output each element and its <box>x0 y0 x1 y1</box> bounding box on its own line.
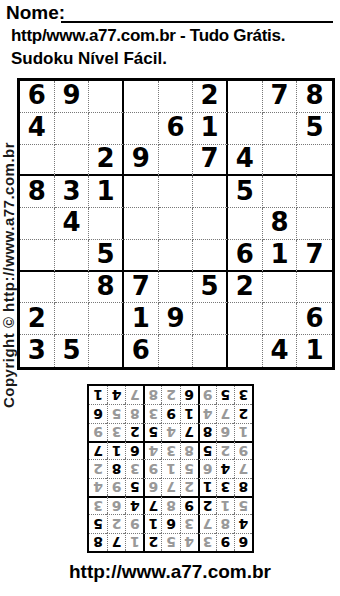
puzzle-cell[interactable] <box>55 303 90 335</box>
puzzle-cell[interactable] <box>193 240 228 272</box>
copyright-vertical-text: Copyright © http://www.a77.com.br <box>0 85 18 465</box>
puzzle-cell: 7 <box>263 81 298 113</box>
puzzle-cell: 4 <box>263 335 298 367</box>
solution-cell: 9 <box>107 478 125 496</box>
solution-cell: 6 <box>216 423 234 441</box>
puzzle-cell[interactable] <box>159 272 194 304</box>
footer-url: http://www.a77.com.br <box>0 561 340 583</box>
puzzle-cell[interactable] <box>159 208 194 240</box>
solution-cell: 3 <box>161 441 179 459</box>
puzzle-grid: 692784615297483154856178752219635641 <box>17 78 335 370</box>
solution-cell: 3 <box>198 533 216 551</box>
solution-cell: 4 <box>125 496 143 514</box>
site-header-text: http/www.a77.com.br - Tudo Grátis. <box>11 26 285 46</box>
name-label: Nome: <box>6 2 65 24</box>
solution-cell: 7 <box>234 459 252 477</box>
solution-cell: 7 <box>161 478 179 496</box>
puzzle-cell[interactable] <box>124 81 159 113</box>
solution-cell: 4 <box>180 533 198 551</box>
solution-cell: 3 <box>125 459 143 477</box>
solution-cell: 5 <box>161 533 179 551</box>
solution-cell: 7 <box>89 441 107 459</box>
puzzle-cell[interactable] <box>263 272 298 304</box>
solution-cell: 3 <box>180 514 198 532</box>
puzzle-cell[interactable] <box>159 335 194 367</box>
puzzle-cell: 1 <box>124 303 159 335</box>
solution-cell: 6 <box>198 459 216 477</box>
solution-cell: 8 <box>143 386 161 404</box>
solution-cell: 8 <box>161 496 179 514</box>
solution-cell: 1 <box>143 514 161 532</box>
solution-cell: 4 <box>161 423 179 441</box>
solution-cell: 7 <box>216 404 234 422</box>
puzzle-cell: 2 <box>20 303 55 335</box>
solution-cell: 6 <box>107 496 125 514</box>
solution-cell: 2 <box>198 496 216 514</box>
solution-grid-upside-down: 6934521784873619255129874638312765947465… <box>87 384 254 553</box>
puzzle-cell[interactable] <box>263 113 298 145</box>
solution-cell: 4 <box>143 441 161 459</box>
puzzle-cell: 8 <box>297 81 332 113</box>
solution-cell: 6 <box>125 441 143 459</box>
solution-cell: 2 <box>143 533 161 551</box>
solution-cell: 9 <box>143 459 161 477</box>
solution-cell: 6 <box>234 533 252 551</box>
puzzle-cell[interactable] <box>193 303 228 335</box>
puzzle-cell[interactable] <box>89 303 124 335</box>
puzzle-cell[interactable] <box>159 81 194 113</box>
solution-cell: 4 <box>107 386 125 404</box>
solution-cell: 9 <box>180 496 198 514</box>
puzzle-cell: 5 <box>193 272 228 304</box>
solution-cell: 2 <box>107 514 125 532</box>
puzzle-cell[interactable] <box>297 272 332 304</box>
puzzle-cell: 7 <box>193 145 228 177</box>
puzzle-cell: 3 <box>55 176 90 208</box>
solution-cell: 5 <box>216 386 234 404</box>
puzzle-cell: 6 <box>124 335 159 367</box>
solution-cell: 1 <box>234 423 252 441</box>
solution-cell: 4 <box>216 459 234 477</box>
solution-cell: 5 <box>125 478 143 496</box>
solution-cell: 2 <box>125 423 143 441</box>
puzzle-cell[interactable] <box>89 113 124 145</box>
puzzle-cell[interactable] <box>20 145 55 177</box>
solution-cell: 8 <box>89 533 107 551</box>
puzzle-cell[interactable] <box>263 145 298 177</box>
puzzle-cell: 8 <box>263 208 298 240</box>
puzzle-cell[interactable] <box>228 335 263 367</box>
puzzle-cell: 5 <box>297 113 332 145</box>
solution-cell: 4 <box>198 404 216 422</box>
sudoku-worksheet: Nome: http/www.a77.com.br - Tudo Grátis.… <box>0 0 340 596</box>
puzzle-cell[interactable] <box>124 240 159 272</box>
solution-cell: 5 <box>234 496 252 514</box>
solution-cell: 1 <box>125 533 143 551</box>
solution-cell: 7 <box>107 533 125 551</box>
puzzle-cell: 7 <box>297 240 332 272</box>
solution-cell: 6 <box>143 478 161 496</box>
solution-cell: 8 <box>125 404 143 422</box>
solution-cell: 6 <box>161 514 179 532</box>
solution-cell: 1 <box>161 459 179 477</box>
difficulty-title: Sudoku Nível Fácil. <box>11 49 167 69</box>
puzzle-cell: 3 <box>20 335 55 367</box>
puzzle-cell[interactable] <box>124 113 159 145</box>
solution-cell: 3 <box>143 404 161 422</box>
solution-cell: 3 <box>234 386 252 404</box>
puzzle-cell: 1 <box>89 176 124 208</box>
solution-cell: 6 <box>180 386 198 404</box>
puzzle-cell[interactable] <box>55 240 90 272</box>
solution-cell: 4 <box>234 514 252 532</box>
puzzle-cell: 4 <box>20 113 55 145</box>
solution-cell: 9 <box>234 441 252 459</box>
solution-cell: 2 <box>180 478 198 496</box>
puzzle-cell[interactable] <box>228 113 263 145</box>
solution-cell: 2 <box>89 459 107 477</box>
puzzle-cell: 8 <box>89 272 124 304</box>
puzzle-cell[interactable] <box>20 272 55 304</box>
solution-cell: 2 <box>216 441 234 459</box>
puzzle-cell: 6 <box>228 240 263 272</box>
puzzle-cell: 1 <box>297 335 332 367</box>
puzzle-cell[interactable] <box>55 113 90 145</box>
solution-cell: 8 <box>216 514 234 532</box>
puzzle-cell[interactable] <box>193 335 228 367</box>
puzzle-cell[interactable] <box>297 145 332 177</box>
solution-cell: 9 <box>198 386 216 404</box>
solution-cell: 8 <box>180 441 198 459</box>
solution-cell: 3 <box>107 423 125 441</box>
solution-cell: 1 <box>107 441 125 459</box>
puzzle-cell[interactable] <box>124 176 159 208</box>
solution-cell: 5 <box>180 459 198 477</box>
puzzle-cell: 1 <box>193 113 228 145</box>
puzzle-cell[interactable] <box>89 81 124 113</box>
puzzle-cell: 1 <box>263 240 298 272</box>
solution-cell: 5 <box>143 423 161 441</box>
puzzle-cell[interactable] <box>297 176 332 208</box>
puzzle-cell: 6 <box>20 81 55 113</box>
solution-cell: 4 <box>89 478 107 496</box>
puzzle-cell: 2 <box>228 272 263 304</box>
puzzle-cell[interactable] <box>124 208 159 240</box>
solution-cell: 3 <box>216 478 234 496</box>
puzzle-cell[interactable] <box>228 303 263 335</box>
puzzle-cell[interactable] <box>159 176 194 208</box>
puzzle-cell[interactable] <box>89 208 124 240</box>
puzzle-cell[interactable] <box>89 335 124 367</box>
solution-cell: 7 <box>143 496 161 514</box>
puzzle-cell: 5 <box>89 240 124 272</box>
solution-cell: 6 <box>89 404 107 422</box>
puzzle-cell[interactable] <box>228 81 263 113</box>
solution-cell: 5 <box>107 404 125 422</box>
solution-cell: 2 <box>234 404 252 422</box>
puzzle-cell: 9 <box>159 303 194 335</box>
puzzle-cell[interactable] <box>159 145 194 177</box>
puzzle-cell: 5 <box>228 176 263 208</box>
puzzle-cell: 4 <box>228 145 263 177</box>
solution-cell: 2 <box>161 386 179 404</box>
solution-cell: 1 <box>198 478 216 496</box>
puzzle-cell: 9 <box>55 81 90 113</box>
puzzle-cell[interactable] <box>193 176 228 208</box>
solution-cell: 7 <box>198 514 216 532</box>
puzzle-cell: 2 <box>89 145 124 177</box>
puzzle-cell[interactable] <box>55 272 90 304</box>
solution-cell: 8 <box>234 478 252 496</box>
solution-cell: 9 <box>216 533 234 551</box>
puzzle-cell[interactable] <box>297 208 332 240</box>
solution-cell: 1 <box>89 386 107 404</box>
puzzle-cell: 2 <box>193 81 228 113</box>
puzzle-cell: 4 <box>55 208 90 240</box>
puzzle-cell: 6 <box>159 113 194 145</box>
puzzle-cell[interactable] <box>20 240 55 272</box>
solution-cell: 1 <box>216 496 234 514</box>
solution-cell: 9 <box>161 404 179 422</box>
puzzle-cell: 9 <box>124 145 159 177</box>
solution-cell: 7 <box>125 386 143 404</box>
puzzle-cell: 7 <box>124 272 159 304</box>
puzzle-cell[interactable] <box>263 303 298 335</box>
solution-cell: 8 <box>107 459 125 477</box>
solution-cell: 5 <box>89 514 107 532</box>
puzzle-cell: 6 <box>297 303 332 335</box>
puzzle-cell[interactable] <box>55 145 90 177</box>
solution-cell: 7 <box>180 423 198 441</box>
solution-cell: 5 <box>198 441 216 459</box>
solution-cell: 8 <box>198 423 216 441</box>
puzzle-cell[interactable] <box>20 208 55 240</box>
puzzle-cell: 5 <box>55 335 90 367</box>
solution-cell: 1 <box>180 404 198 422</box>
puzzle-cell[interactable] <box>193 208 228 240</box>
solution-cell: 9 <box>125 514 143 532</box>
puzzle-cell[interactable] <box>263 176 298 208</box>
puzzle-cell[interactable] <box>228 208 263 240</box>
puzzle-cell[interactable] <box>159 240 194 272</box>
solution-cell: 9 <box>89 423 107 441</box>
solution-cell: 3 <box>89 496 107 514</box>
puzzle-cell: 8 <box>20 176 55 208</box>
name-input-line[interactable] <box>61 0 333 23</box>
